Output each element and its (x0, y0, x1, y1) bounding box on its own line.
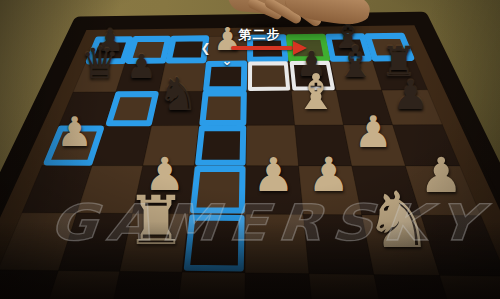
highlight-f8 (289, 37, 327, 60)
square-a2[interactable] (0, 270, 58, 299)
square-h2[interactable] (440, 276, 500, 299)
table-surface: ♟♝♟♛♟♟♝♜♞♟♝♟♟♟♟♟♟♜♞ ❮⌄ GAMERSKY 第二步 (0, 0, 500, 299)
square-e2[interactable] (245, 273, 317, 299)
square-c6[interactable] (152, 91, 203, 125)
square-e5[interactable] (246, 125, 299, 166)
square-e4[interactable] (246, 166, 304, 215)
square-f6[interactable] (291, 91, 343, 126)
square-f4[interactable] (299, 166, 362, 215)
square-f5[interactable] (295, 125, 352, 166)
chess-board (0, 0, 500, 299)
square-e3[interactable] (245, 214, 309, 274)
square-c7[interactable] (159, 62, 206, 92)
square-c5[interactable] (143, 126, 199, 166)
square-d2[interactable] (174, 272, 246, 299)
square-c4[interactable] (133, 166, 195, 214)
tutorial-step-label: 第二步 (238, 26, 280, 44)
square-e6[interactable] (247, 91, 295, 126)
